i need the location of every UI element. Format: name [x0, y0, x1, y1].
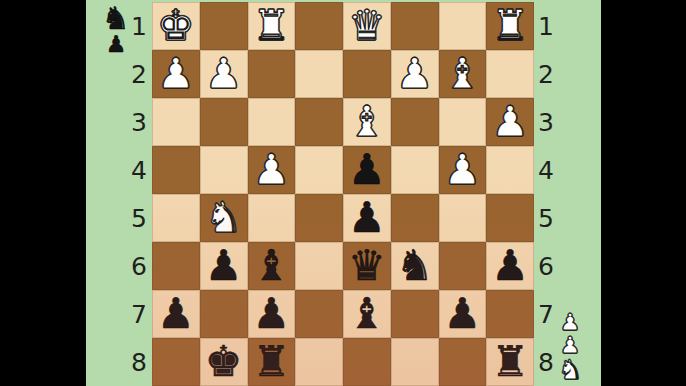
- square-f4[interactable]: ♟: [248, 146, 296, 194]
- rank-label-left-4: 4: [131, 146, 147, 194]
- black-bishop[interactable]: ♝: [348, 293, 386, 335]
- square-a8[interactable]: ♜: [486, 338, 534, 386]
- square-f5[interactable]: [248, 194, 296, 242]
- rank-label-right-4: 4: [538, 146, 554, 194]
- square-e6[interactable]: [295, 242, 343, 290]
- square-h1[interactable]: ♚: [152, 2, 200, 50]
- square-g5[interactable]: ♞: [200, 194, 248, 242]
- square-a3[interactable]: ♟: [486, 98, 534, 146]
- square-h6[interactable]: [152, 242, 200, 290]
- square-e7[interactable]: [295, 290, 343, 338]
- square-d5[interactable]: ♟: [343, 194, 391, 242]
- white-pawn[interactable]: ♟: [157, 53, 195, 95]
- square-d6[interactable]: ♛: [343, 242, 391, 290]
- white-king[interactable]: ♚: [157, 5, 195, 47]
- square-g1[interactable]: [200, 2, 248, 50]
- square-e8[interactable]: [295, 338, 343, 386]
- black-pawn[interactable]: ♟: [348, 149, 386, 191]
- square-a1[interactable]: ♜: [486, 2, 534, 50]
- right-side-panel: 12345678 ♟♟♞: [534, 0, 601, 386]
- square-e5[interactable]: [295, 194, 343, 242]
- square-f3[interactable]: [248, 98, 296, 146]
- white-knight[interactable]: ♞: [205, 197, 243, 239]
- square-f7[interactable]: ♟: [248, 290, 296, 338]
- rank-label-left-7: 7: [131, 290, 147, 338]
- square-c5[interactable]: [391, 194, 439, 242]
- white-bishop[interactable]: ♝: [444, 53, 482, 95]
- square-h3[interactable]: [152, 98, 200, 146]
- captured-white-pawn: ♟: [560, 311, 581, 334]
- rank-label-right-3: 3: [538, 98, 554, 146]
- square-b3[interactable]: [439, 98, 487, 146]
- square-b6[interactable]: [439, 242, 487, 290]
- square-d7[interactable]: ♝: [343, 290, 391, 338]
- white-rook[interactable]: ♜: [253, 5, 291, 47]
- square-h2[interactable]: ♟: [152, 50, 200, 98]
- white-pawn[interactable]: ♟: [396, 53, 434, 95]
- square-g4[interactable]: [200, 146, 248, 194]
- rank-label-left-1: 1: [131, 2, 147, 50]
- left-side-panel: ♞♟ 12345678: [86, 0, 152, 386]
- square-b5[interactable]: [439, 194, 487, 242]
- captured-white-knight: ♞: [558, 357, 582, 383]
- rank-label-right-2: 2: [538, 50, 554, 98]
- square-g6[interactable]: ♟: [200, 242, 248, 290]
- square-c2[interactable]: ♟: [391, 50, 439, 98]
- square-c4[interactable]: [391, 146, 439, 194]
- square-e3[interactable]: [295, 98, 343, 146]
- square-d1[interactable]: ♛: [343, 2, 391, 50]
- black-king[interactable]: ♚: [205, 341, 243, 383]
- rank-label-left-6: 6: [131, 242, 147, 290]
- white-pawn[interactable]: ♟: [253, 149, 291, 191]
- square-a7[interactable]: [486, 290, 534, 338]
- white-pawn[interactable]: ♟: [205, 53, 243, 95]
- square-f2[interactable]: [248, 50, 296, 98]
- square-g8[interactable]: ♚: [200, 338, 248, 386]
- black-pawn[interactable]: ♟: [348, 197, 386, 239]
- square-a6[interactable]: ♟: [486, 242, 534, 290]
- square-d2[interactable]: [343, 50, 391, 98]
- square-c6[interactable]: ♞: [391, 242, 439, 290]
- black-pawn[interactable]: ♟: [157, 293, 195, 335]
- square-c7[interactable]: [391, 290, 439, 338]
- white-pawn[interactable]: ♟: [491, 101, 529, 143]
- black-pawn[interactable]: ♟: [205, 245, 243, 287]
- square-e4[interactable]: [295, 146, 343, 194]
- rank-label-right-8: 8: [538, 338, 554, 386]
- letterbox-left: [0, 0, 86, 386]
- square-g3[interactable]: [200, 98, 248, 146]
- rank-label-right-6: 6: [538, 242, 554, 290]
- rank-label-right-1: 1: [538, 2, 554, 50]
- square-d4[interactable]: ♟: [343, 146, 391, 194]
- captured-pieces-tray-right: ♟♟♞: [554, 311, 586, 383]
- square-g7[interactable]: [200, 290, 248, 338]
- rank-label-left-8: 8: [131, 338, 147, 386]
- white-rook[interactable]: ♜: [491, 5, 529, 47]
- square-d3[interactable]: ♝: [343, 98, 391, 146]
- square-c3[interactable]: [391, 98, 439, 146]
- square-c1[interactable]: [391, 2, 439, 50]
- square-h4[interactable]: [152, 146, 200, 194]
- black-pawn[interactable]: ♟: [444, 293, 482, 335]
- black-pawn[interactable]: ♟: [491, 245, 529, 287]
- square-b7[interactable]: ♟: [439, 290, 487, 338]
- white-queen[interactable]: ♛: [348, 5, 386, 47]
- square-a5[interactable]: [486, 194, 534, 242]
- rank-label-right-5: 5: [538, 194, 554, 242]
- square-a4[interactable]: [486, 146, 534, 194]
- square-h7[interactable]: ♟: [152, 290, 200, 338]
- white-bishop[interactable]: ♝: [348, 101, 386, 143]
- square-c8[interactable]: [391, 338, 439, 386]
- rank-label-right-7: 7: [538, 290, 554, 338]
- square-f1[interactable]: ♜: [248, 2, 296, 50]
- board-background: ♚♜♛♜♟♟♟♝♝♟♟♟♟♞♟♟♝♛♞♟♟♟♝♟♚♜♜: [152, 0, 534, 386]
- board: ♚♜♛♜♟♟♟♝♝♟♟♟♟♞♟♟♝♛♞♟♟♟♝♟♚♜♜: [152, 2, 534, 386]
- letterbox-right: [601, 0, 686, 386]
- square-b1[interactable]: [439, 2, 487, 50]
- square-e2[interactable]: [295, 50, 343, 98]
- square-f8[interactable]: ♜: [248, 338, 296, 386]
- black-pawn[interactable]: ♟: [253, 293, 291, 335]
- square-b2[interactable]: ♝: [439, 50, 487, 98]
- black-knight[interactable]: ♞: [396, 245, 434, 287]
- square-f6[interactable]: ♝: [248, 242, 296, 290]
- rank-label-left-2: 2: [131, 50, 147, 98]
- square-b4[interactable]: ♟: [439, 146, 487, 194]
- black-rook[interactable]: ♜: [253, 341, 291, 383]
- square-h8[interactable]: [152, 338, 200, 386]
- square-e1[interactable]: [295, 2, 343, 50]
- square-g2[interactable]: ♟: [200, 50, 248, 98]
- black-queen[interactable]: ♛: [348, 245, 386, 287]
- rank-labels-left: 12345678: [113, 2, 147, 386]
- white-pawn[interactable]: ♟: [444, 149, 482, 191]
- rank-label-left-3: 3: [131, 98, 147, 146]
- black-bishop[interactable]: ♝: [253, 245, 291, 287]
- black-rook[interactable]: ♜: [491, 341, 529, 383]
- rank-label-left-5: 5: [131, 194, 147, 242]
- square-b8[interactable]: [439, 338, 487, 386]
- square-a2[interactable]: [486, 50, 534, 98]
- square-d8[interactable]: [343, 338, 391, 386]
- square-h5[interactable]: [152, 194, 200, 242]
